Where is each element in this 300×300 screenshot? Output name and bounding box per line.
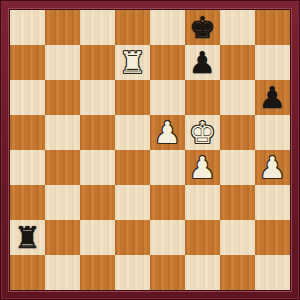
white-pawn: ♟ xyxy=(189,150,216,185)
square-c8[interactable] xyxy=(80,10,115,45)
square-g6[interactable] xyxy=(220,80,255,115)
square-b4[interactable] xyxy=(45,150,80,185)
square-e4[interactable] xyxy=(150,150,185,185)
square-a3[interactable] xyxy=(10,185,45,220)
white-pawn: ♟ xyxy=(259,150,286,185)
black-king: ♚ xyxy=(189,10,216,45)
square-d6[interactable] xyxy=(115,80,150,115)
square-f3[interactable] xyxy=(185,185,220,220)
board-frame: ♚♜♟♟♟♚♟♟♜ xyxy=(0,0,300,300)
square-a5[interactable] xyxy=(10,115,45,150)
square-b8[interactable] xyxy=(45,10,80,45)
square-f8[interactable]: ♚ xyxy=(185,10,220,45)
square-d5[interactable] xyxy=(115,115,150,150)
square-b6[interactable] xyxy=(45,80,80,115)
square-h3[interactable] xyxy=(255,185,290,220)
square-a1[interactable] xyxy=(10,255,45,290)
square-e8[interactable] xyxy=(150,10,185,45)
square-a4[interactable] xyxy=(10,150,45,185)
square-c7[interactable] xyxy=(80,45,115,80)
square-h4[interactable]: ♟ xyxy=(255,150,290,185)
square-g7[interactable] xyxy=(220,45,255,80)
square-e7[interactable] xyxy=(150,45,185,80)
square-a7[interactable] xyxy=(10,45,45,80)
square-d1[interactable] xyxy=(115,255,150,290)
square-h6[interactable]: ♟ xyxy=(255,80,290,115)
square-a6[interactable] xyxy=(10,80,45,115)
square-f4[interactable]: ♟ xyxy=(185,150,220,185)
square-c6[interactable] xyxy=(80,80,115,115)
square-f7[interactable]: ♟ xyxy=(185,45,220,80)
square-d7[interactable]: ♜ xyxy=(115,45,150,80)
square-h5[interactable] xyxy=(255,115,290,150)
square-g1[interactable] xyxy=(220,255,255,290)
square-h2[interactable] xyxy=(255,220,290,255)
square-e5[interactable]: ♟ xyxy=(150,115,185,150)
square-g2[interactable] xyxy=(220,220,255,255)
square-e2[interactable] xyxy=(150,220,185,255)
square-f2[interactable] xyxy=(185,220,220,255)
square-b1[interactable] xyxy=(45,255,80,290)
chess-board: ♚♜♟♟♟♚♟♟♜ xyxy=(10,10,290,290)
square-d3[interactable] xyxy=(115,185,150,220)
square-a8[interactable] xyxy=(10,10,45,45)
white-rook: ♜ xyxy=(119,45,146,80)
square-b7[interactable] xyxy=(45,45,80,80)
black-pawn: ♟ xyxy=(189,45,216,80)
square-f6[interactable] xyxy=(185,80,220,115)
square-d8[interactable] xyxy=(115,10,150,45)
square-h8[interactable] xyxy=(255,10,290,45)
square-h1[interactable] xyxy=(255,255,290,290)
square-c5[interactable] xyxy=(80,115,115,150)
square-c4[interactable] xyxy=(80,150,115,185)
square-g4[interactable] xyxy=(220,150,255,185)
white-pawn: ♟ xyxy=(154,115,181,150)
black-pawn: ♟ xyxy=(259,80,286,115)
square-e6[interactable] xyxy=(150,80,185,115)
square-b2[interactable] xyxy=(45,220,80,255)
square-e3[interactable] xyxy=(150,185,185,220)
square-g3[interactable] xyxy=(220,185,255,220)
white-king: ♚ xyxy=(189,115,216,150)
square-a2[interactable]: ♜ xyxy=(10,220,45,255)
square-e1[interactable] xyxy=(150,255,185,290)
black-rook: ♜ xyxy=(14,220,41,255)
square-b5[interactable] xyxy=(45,115,80,150)
square-g5[interactable] xyxy=(220,115,255,150)
square-h7[interactable] xyxy=(255,45,290,80)
square-f5[interactable]: ♚ xyxy=(185,115,220,150)
square-b3[interactable] xyxy=(45,185,80,220)
square-g8[interactable] xyxy=(220,10,255,45)
square-c1[interactable] xyxy=(80,255,115,290)
square-c3[interactable] xyxy=(80,185,115,220)
square-f1[interactable] xyxy=(185,255,220,290)
square-d2[interactable] xyxy=(115,220,150,255)
square-d4[interactable] xyxy=(115,150,150,185)
square-c2[interactable] xyxy=(80,220,115,255)
